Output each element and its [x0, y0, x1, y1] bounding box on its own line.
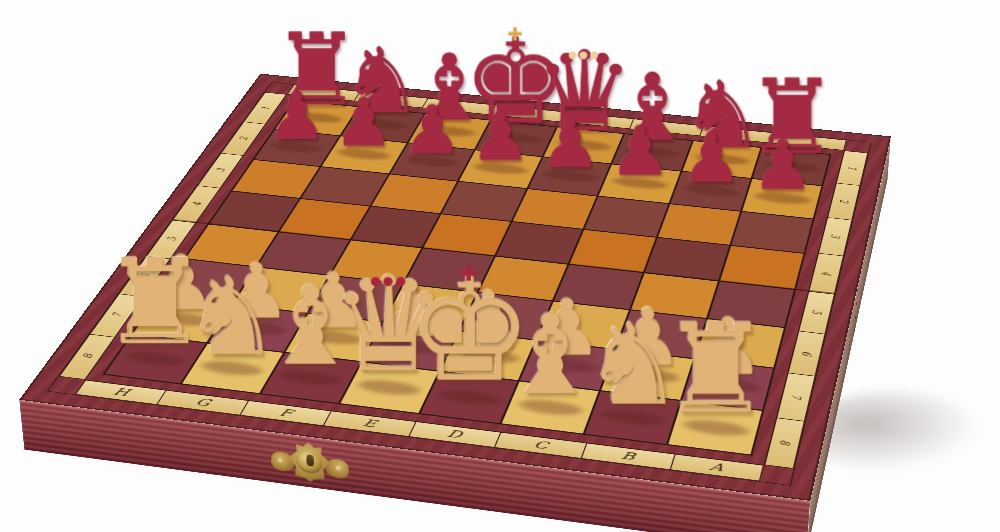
piece-glyph: ♟ [716, 133, 850, 199]
rank-label-right-3-text: 3 [829, 234, 842, 239]
product-photo-scene: HGFEDCBA 12345678 12345678 ♜♞♝♚✚♛●●●♝♞♜♟… [0, 0, 1000, 532]
red-cross-finial: ✚ [393, 261, 547, 283]
piece-glyph: ♜ [638, 311, 795, 428]
perspective-scene: HGFEDCBA 12345678 12345678 ♜♞♝♚✚♛●●●♝♞♜♟… [0, 0, 1000, 532]
brass-clasp [270, 436, 349, 489]
clasp-hook [306, 454, 314, 466]
board-tilt-group: HGFEDCBA 12345678 12345678 ♜♞♝♚✚♛●●●♝♞♜♟… [19, 74, 891, 501]
